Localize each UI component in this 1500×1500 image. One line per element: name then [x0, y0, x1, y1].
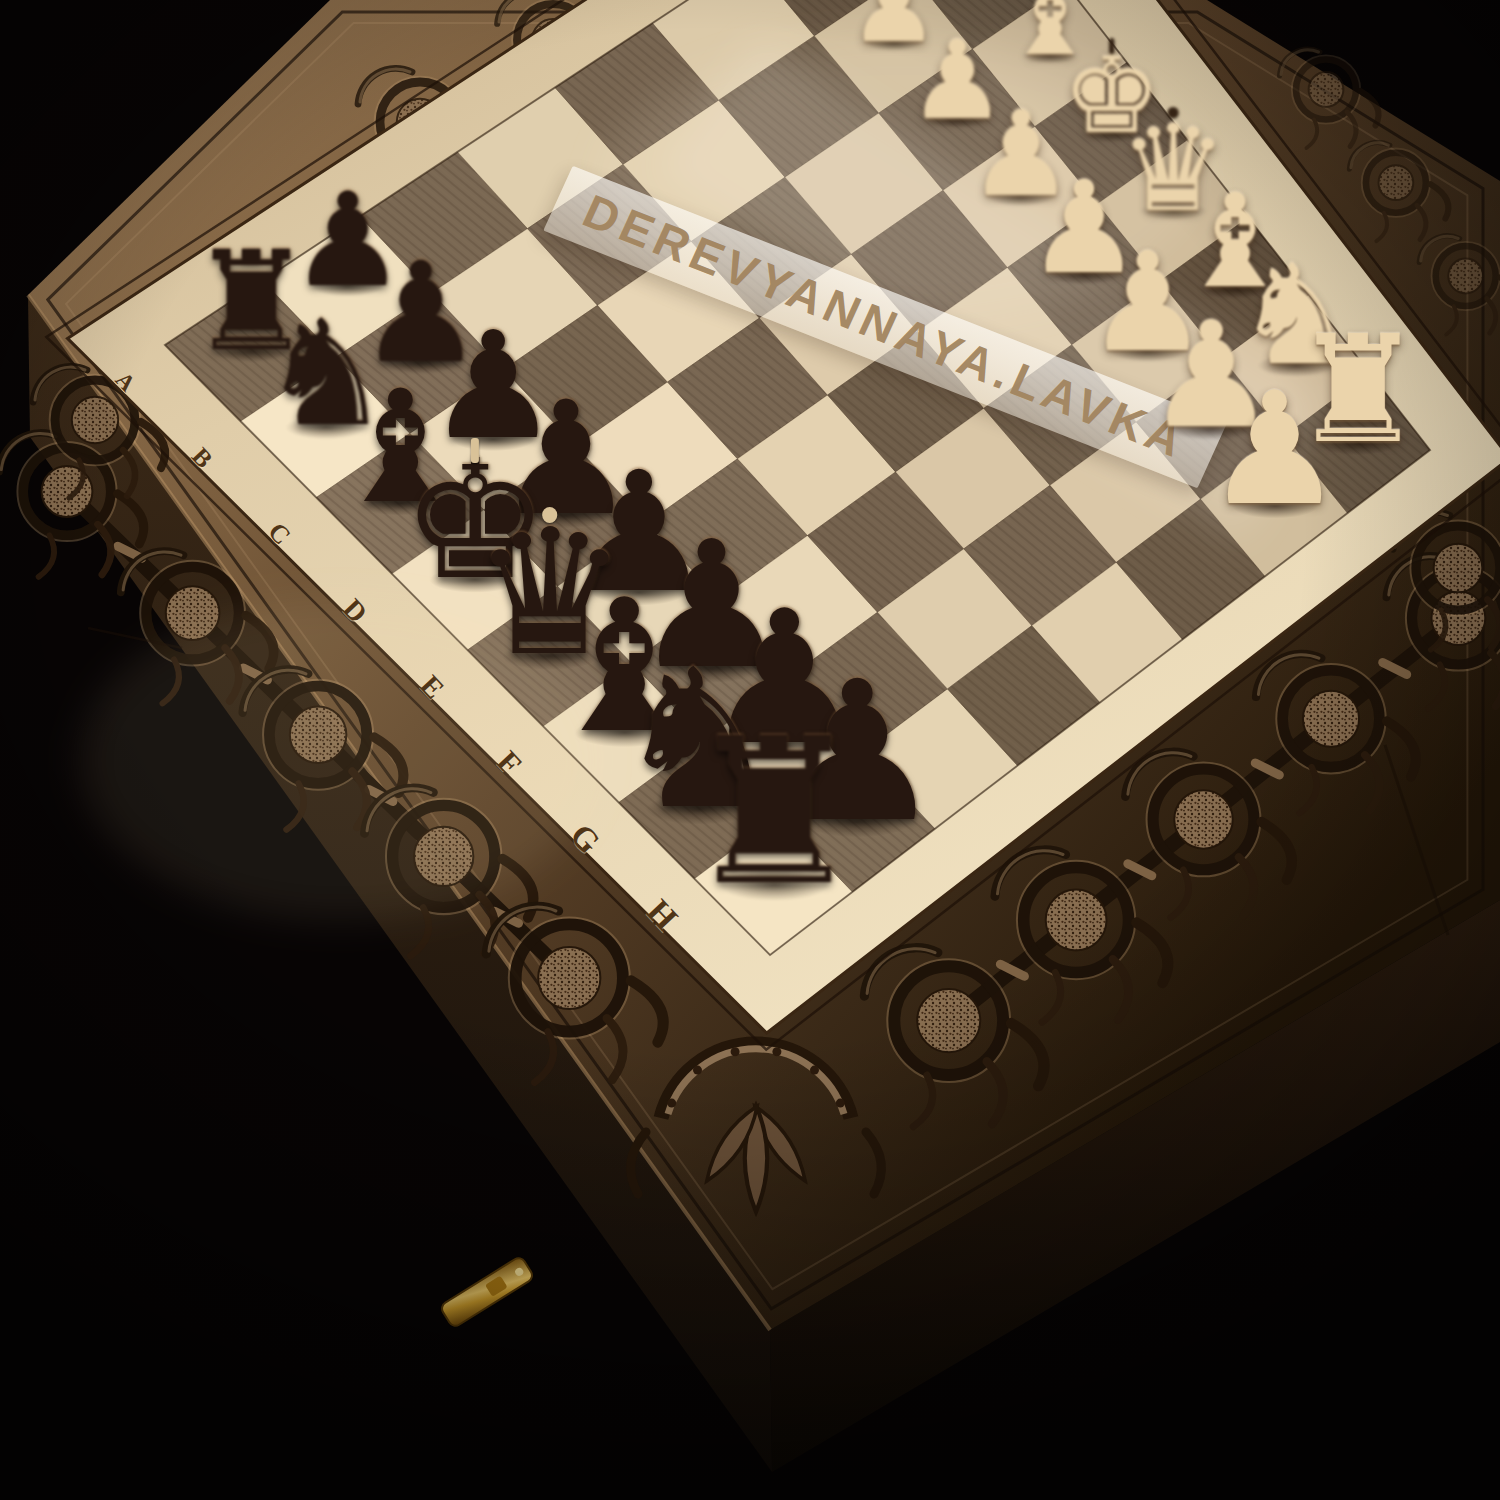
- finial-stick: [471, 438, 479, 463]
- finial-stick: [1109, 38, 1115, 55]
- finial-ball: [1168, 107, 1179, 118]
- photo-stage: ABCDEFGH DEREVYANNAYA.LAVKA ♜♟♞♟♝♟♚♟♛♟♟♝…: [0, 0, 1500, 1500]
- piece-glyph: ♜: [684, 712, 864, 913]
- pieces-layer: ♜♟♞♟♝♟♚♟♛♟♟♝♜♟♟♞♞♟♟♜♝♟♟♚♟♛♟♝♟♞♟♜: [0, 0, 1500, 1500]
- piece-glyph: ♟: [1205, 372, 1345, 528]
- finial-ball: [542, 507, 558, 523]
